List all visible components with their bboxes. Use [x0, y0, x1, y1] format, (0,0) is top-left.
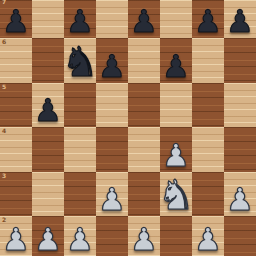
square-g7[interactable]: ♟	[192, 0, 224, 38]
square-g2[interactable]: ♟	[192, 216, 224, 256]
square-f7[interactable]	[160, 0, 192, 38]
square-a2[interactable]: 2♟	[0, 216, 32, 256]
square-g3[interactable]	[192, 172, 224, 217]
chess-board: 7♟♟♟♟♟6♞♟♟5♟4♟3♟♞♟2♟♟♟♟♟	[0, 0, 256, 256]
square-d3[interactable]: ♟	[96, 172, 128, 217]
rank-label-5: 5	[2, 84, 6, 90]
square-a4[interactable]: 4	[0, 127, 32, 172]
square-c6[interactable]: ♞	[64, 38, 96, 83]
square-d6[interactable]: ♟	[96, 38, 128, 83]
square-h3[interactable]: ♟	[224, 172, 256, 217]
piece-white-pawn-e2[interactable]: ♟	[130, 224, 158, 255]
square-g6[interactable]	[192, 38, 224, 83]
square-a7[interactable]: 7♟	[0, 0, 32, 38]
square-c5[interactable]	[64, 83, 96, 128]
piece-black-pawn-c7[interactable]: ♟	[66, 6, 94, 37]
square-f6[interactable]: ♟	[160, 38, 192, 83]
square-g4[interactable]	[192, 127, 224, 172]
piece-white-pawn-b2[interactable]: ♟	[34, 224, 62, 255]
square-c7[interactable]: ♟	[64, 0, 96, 38]
piece-black-pawn-h7[interactable]: ♟	[226, 6, 254, 37]
rank-label-3: 3	[2, 173, 6, 179]
square-e7[interactable]: ♟	[128, 0, 160, 38]
piece-white-pawn-d3[interactable]: ♟	[98, 184, 126, 215]
piece-white-pawn-a2[interactable]: ♟	[2, 224, 30, 255]
piece-black-pawn-g7[interactable]: ♟	[194, 6, 222, 37]
square-b5[interactable]: ♟	[32, 83, 64, 128]
square-c3[interactable]	[64, 172, 96, 217]
square-c4[interactable]	[64, 127, 96, 172]
piece-black-knight-c6[interactable]: ♞	[62, 42, 99, 83]
piece-black-pawn-f6[interactable]: ♟	[162, 51, 190, 82]
square-e5[interactable]	[128, 83, 160, 128]
square-b7[interactable]	[32, 0, 64, 38]
square-b2[interactable]: ♟	[32, 216, 64, 256]
square-a6[interactable]: 6	[0, 38, 32, 83]
square-e2[interactable]: ♟	[128, 216, 160, 256]
piece-black-pawn-a7[interactable]: ♟	[2, 6, 30, 37]
square-h7[interactable]: ♟	[224, 0, 256, 38]
square-d7[interactable]	[96, 0, 128, 38]
square-e4[interactable]	[128, 127, 160, 172]
square-h2[interactable]	[224, 216, 256, 256]
square-b3[interactable]	[32, 172, 64, 217]
piece-black-pawn-b5[interactable]: ♟	[34, 95, 62, 126]
square-d4[interactable]	[96, 127, 128, 172]
square-b4[interactable]	[32, 127, 64, 172]
piece-black-pawn-d6[interactable]: ♟	[98, 51, 126, 82]
piece-white-knight-f3[interactable]: ♞	[158, 175, 195, 216]
square-h5[interactable]	[224, 83, 256, 128]
piece-white-pawn-c2[interactable]: ♟	[66, 224, 94, 255]
square-f2[interactable]	[160, 216, 192, 256]
square-c2[interactable]: ♟	[64, 216, 96, 256]
piece-white-pawn-f4[interactable]: ♟	[162, 140, 190, 171]
piece-black-pawn-e7[interactable]: ♟	[130, 6, 158, 37]
square-f5[interactable]	[160, 83, 192, 128]
square-d2[interactable]	[96, 216, 128, 256]
rank-label-6: 6	[2, 39, 6, 45]
square-h4[interactable]	[224, 127, 256, 172]
rank-label-4: 4	[2, 128, 6, 134]
square-f4[interactable]: ♟	[160, 127, 192, 172]
piece-white-pawn-h3[interactable]: ♟	[226, 184, 254, 215]
square-e3[interactable]	[128, 172, 160, 217]
piece-white-pawn-g2[interactable]: ♟	[194, 224, 222, 255]
square-d5[interactable]	[96, 83, 128, 128]
square-g5[interactable]	[192, 83, 224, 128]
square-b6[interactable]	[32, 38, 64, 83]
square-a3[interactable]: 3	[0, 172, 32, 217]
square-h6[interactable]	[224, 38, 256, 83]
square-e6[interactable]	[128, 38, 160, 83]
square-a5[interactable]: 5	[0, 83, 32, 128]
square-f3[interactable]: ♞	[160, 172, 192, 217]
